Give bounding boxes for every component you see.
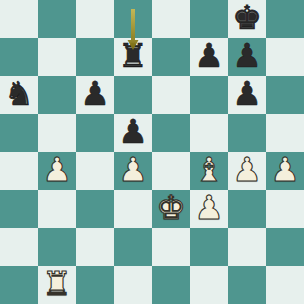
- square-h8[interactable]: [266, 0, 304, 38]
- square-g3[interactable]: [228, 190, 266, 228]
- white-pawn[interactable]: ♟: [118, 151, 148, 189]
- square-b3[interactable]: [38, 190, 76, 228]
- white-pawn[interactable]: ♟: [270, 151, 300, 189]
- square-e6[interactable]: [152, 76, 190, 114]
- square-h1[interactable]: [266, 266, 304, 304]
- square-e8[interactable]: [152, 0, 190, 38]
- square-a4[interactable]: [0, 152, 38, 190]
- square-g5[interactable]: [228, 114, 266, 152]
- square-f4[interactable]: ♝: [190, 152, 228, 190]
- square-g2[interactable]: [228, 228, 266, 266]
- square-h4[interactable]: ♟: [266, 152, 304, 190]
- square-d4[interactable]: ♟: [114, 152, 152, 190]
- square-e5[interactable]: [152, 114, 190, 152]
- white-bishop[interactable]: ♝: [194, 151, 224, 189]
- black-pawn[interactable]: ♟: [80, 75, 110, 113]
- square-a6[interactable]: ♞: [0, 76, 38, 114]
- square-f1[interactable]: [190, 266, 228, 304]
- white-pawn[interactable]: ♟: [194, 189, 224, 227]
- black-pawn[interactable]: ♟: [232, 37, 262, 75]
- square-a5[interactable]: [0, 114, 38, 152]
- square-c2[interactable]: [76, 228, 114, 266]
- square-h3[interactable]: [266, 190, 304, 228]
- square-b8[interactable]: [38, 0, 76, 38]
- square-f8[interactable]: [190, 0, 228, 38]
- square-a1[interactable]: [0, 266, 38, 304]
- square-c7[interactable]: [76, 38, 114, 76]
- square-b2[interactable]: [38, 228, 76, 266]
- square-b6[interactable]: [38, 76, 76, 114]
- square-b4[interactable]: ♟: [38, 152, 76, 190]
- square-c6[interactable]: ♟: [76, 76, 114, 114]
- square-e7[interactable]: [152, 38, 190, 76]
- square-d3[interactable]: [114, 190, 152, 228]
- square-h5[interactable]: [266, 114, 304, 152]
- square-c8[interactable]: [76, 0, 114, 38]
- black-king[interactable]: ♚: [232, 0, 262, 37]
- square-f3[interactable]: ♟: [190, 190, 228, 228]
- square-d8[interactable]: [114, 0, 152, 38]
- square-f5[interactable]: [190, 114, 228, 152]
- square-g7[interactable]: ♟: [228, 38, 266, 76]
- square-d6[interactable]: [114, 76, 152, 114]
- white-pawn[interactable]: ♟: [232, 151, 262, 189]
- white-pawn[interactable]: ♟: [42, 151, 72, 189]
- square-h6[interactable]: [266, 76, 304, 114]
- square-e4[interactable]: [152, 152, 190, 190]
- chess-board: ♚♜♟♟♞♟♟♟♟♟♝♟♟♚♟♜: [0, 0, 304, 304]
- square-f7[interactable]: ♟: [190, 38, 228, 76]
- square-a8[interactable]: [0, 0, 38, 38]
- square-e1[interactable]: [152, 266, 190, 304]
- black-knight[interactable]: ♞: [4, 75, 34, 113]
- square-c5[interactable]: [76, 114, 114, 152]
- square-c3[interactable]: [76, 190, 114, 228]
- square-d1[interactable]: [114, 266, 152, 304]
- black-pawn[interactable]: ♟: [232, 75, 262, 113]
- square-a2[interactable]: [0, 228, 38, 266]
- square-g8[interactable]: ♚: [228, 0, 266, 38]
- square-f6[interactable]: [190, 76, 228, 114]
- square-h2[interactable]: [266, 228, 304, 266]
- square-g4[interactable]: ♟: [228, 152, 266, 190]
- square-a3[interactable]: [0, 190, 38, 228]
- white-rook[interactable]: ♜: [42, 265, 72, 303]
- square-f2[interactable]: [190, 228, 228, 266]
- square-b5[interactable]: [38, 114, 76, 152]
- square-c4[interactable]: [76, 152, 114, 190]
- square-g6[interactable]: ♟: [228, 76, 266, 114]
- square-c1[interactable]: [76, 266, 114, 304]
- square-b7[interactable]: [38, 38, 76, 76]
- black-rook[interactable]: ♜: [118, 37, 148, 75]
- black-pawn[interactable]: ♟: [194, 37, 224, 75]
- square-a7[interactable]: [0, 38, 38, 76]
- square-d7[interactable]: ♜: [114, 38, 152, 76]
- black-pawn[interactable]: ♟: [118, 113, 148, 151]
- square-g1[interactable]: [228, 266, 266, 304]
- square-e3[interactable]: ♚: [152, 190, 190, 228]
- square-d5[interactable]: ♟: [114, 114, 152, 152]
- square-h7[interactable]: [266, 38, 304, 76]
- square-b1[interactable]: ♜: [38, 266, 76, 304]
- square-d2[interactable]: [114, 228, 152, 266]
- white-king[interactable]: ♚: [156, 189, 186, 227]
- square-e2[interactable]: [152, 228, 190, 266]
